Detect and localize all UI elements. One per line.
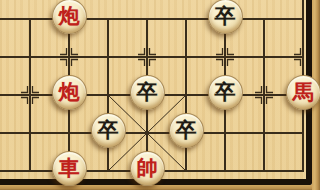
xiangqi-board[interactable]: 炮卒炮卒卒馬卒卒車帥 xyxy=(0,0,320,190)
piece-black-soldier-2[interactable]: 卒 xyxy=(130,75,165,110)
piece-black-soldier-4[interactable]: 卒 xyxy=(91,113,126,148)
piece-black-soldier-3[interactable]: 卒 xyxy=(208,75,243,110)
black-piece-character: 卒 xyxy=(137,81,158,102)
piece-red-cannon-2[interactable]: 炮 xyxy=(52,75,87,110)
black-piece-character: 卒 xyxy=(215,5,236,26)
red-piece-character: 炮 xyxy=(59,81,80,102)
red-piece-character: 馬 xyxy=(293,81,314,102)
piece-red-general[interactable]: 帥 xyxy=(130,151,165,186)
black-piece-character: 卒 xyxy=(176,119,197,140)
piece-red-cannon-1[interactable]: 炮 xyxy=(52,0,87,34)
piece-red-chariot[interactable]: 車 xyxy=(52,151,87,186)
black-piece-character: 卒 xyxy=(98,119,119,140)
red-piece-character: 炮 xyxy=(59,5,80,26)
piece-red-horse[interactable]: 馬 xyxy=(286,75,320,110)
red-piece-character: 車 xyxy=(59,157,80,178)
piece-black-soldier-1[interactable]: 卒 xyxy=(208,0,243,34)
pieces-layer: 炮卒炮卒卒馬卒卒車帥 xyxy=(0,0,320,190)
black-piece-character: 卒 xyxy=(215,81,236,102)
piece-black-soldier-5[interactable]: 卒 xyxy=(169,113,204,148)
red-piece-character: 帥 xyxy=(137,157,158,178)
